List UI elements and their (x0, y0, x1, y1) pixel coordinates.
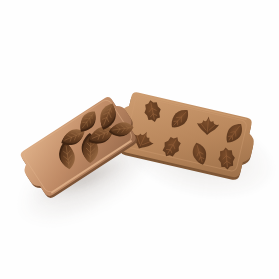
product-photo (0, 0, 279, 279)
